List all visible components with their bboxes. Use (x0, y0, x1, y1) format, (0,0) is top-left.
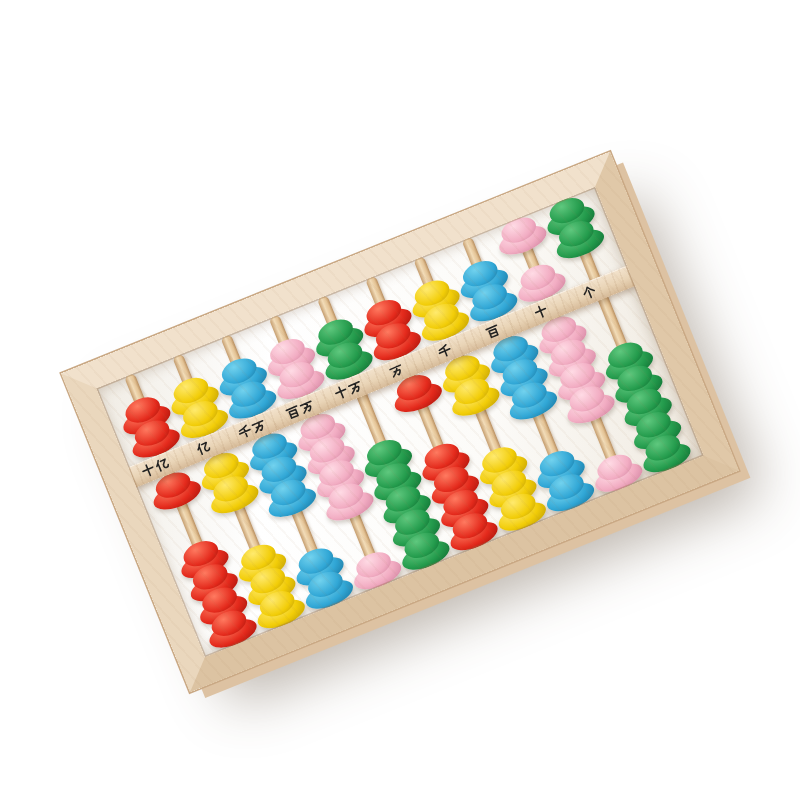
bead-pink[interactable] (346, 545, 405, 595)
bead-pink[interactable] (587, 447, 646, 497)
abacus-board (61, 152, 739, 693)
product-photo-scene (0, 0, 800, 800)
rods-layer (61, 152, 739, 693)
bead-pink[interactable] (491, 210, 550, 260)
